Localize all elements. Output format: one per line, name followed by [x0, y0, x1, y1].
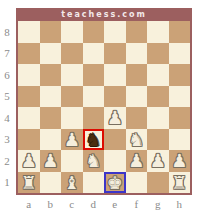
square-h3[interactable]	[169, 129, 191, 151]
square-c8[interactable]	[61, 21, 83, 43]
square-f5[interactable]	[126, 86, 148, 108]
square-e5[interactable]	[104, 86, 126, 108]
square-b8[interactable]	[40, 21, 62, 43]
square-b5[interactable]	[40, 86, 62, 108]
rank-label-4: 4	[0, 107, 14, 129]
square-b4[interactable]	[40, 107, 62, 129]
square-f8[interactable]	[126, 21, 148, 43]
square-c1[interactable]: ♝	[61, 172, 83, 194]
square-c5[interactable]	[61, 86, 83, 108]
square-g5[interactable]	[147, 86, 169, 108]
rank-label-3: 3	[0, 129, 14, 151]
square-b6[interactable]	[40, 64, 62, 86]
file-label-f: f	[126, 197, 148, 211]
square-a6[interactable]	[18, 64, 40, 86]
square-c4[interactable]	[61, 107, 83, 129]
white-pawn: ♟	[171, 150, 187, 171]
square-e8[interactable]	[104, 21, 126, 43]
white-pawn: ♟	[42, 150, 58, 171]
chess-diagram: teachess.com ♟♟♞♞♟♟♞♟♟♟♜♝♚♜ 87654321 abc…	[0, 0, 198, 212]
square-d5[interactable]	[83, 86, 105, 108]
square-g3[interactable]	[147, 129, 169, 151]
square-e4[interactable]: ♟	[104, 107, 126, 129]
square-h4[interactable]	[169, 107, 191, 129]
square-d3[interactable]: ♞	[83, 129, 105, 151]
square-c2[interactable]	[61, 150, 83, 172]
square-a7[interactable]	[18, 43, 40, 65]
board-frame: teachess.com ♟♟♞♞♟♟♞♟♟♟♜♝♚♜	[16, 8, 192, 195]
square-e6[interactable]	[104, 64, 126, 86]
square-f6[interactable]	[126, 64, 148, 86]
black-knight: ♞	[85, 129, 101, 150]
square-e7[interactable]	[104, 43, 126, 65]
square-h6[interactable]	[169, 64, 191, 86]
square-h8[interactable]	[169, 21, 191, 43]
square-h7[interactable]	[169, 43, 191, 65]
square-h5[interactable]	[169, 86, 191, 108]
square-a8[interactable]	[18, 21, 40, 43]
white-bishop: ♝	[64, 172, 80, 193]
white-knight: ♞	[128, 129, 144, 150]
square-d2[interactable]: ♞	[83, 150, 105, 172]
file-label-h: h	[169, 197, 191, 211]
white-king: ♚	[107, 172, 123, 193]
square-b1[interactable]	[40, 172, 62, 194]
file-label-d: d	[83, 197, 105, 211]
rank-label-1: 1	[0, 172, 14, 194]
square-h1[interactable]: ♜	[169, 172, 191, 194]
square-d6[interactable]	[83, 64, 105, 86]
square-f4[interactable]	[126, 107, 148, 129]
white-knight: ♞	[85, 150, 101, 171]
white-pawn: ♟	[107, 107, 123, 128]
file-label-b: b	[40, 197, 62, 211]
square-b3[interactable]	[40, 129, 62, 151]
square-d8[interactable]	[83, 21, 105, 43]
square-a3[interactable]	[18, 129, 40, 151]
rank-label-8: 8	[0, 21, 14, 43]
file-label-g: g	[147, 197, 169, 211]
file-label-e: e	[104, 197, 126, 211]
square-h2[interactable]: ♟	[169, 150, 191, 172]
square-f1[interactable]	[126, 172, 148, 194]
white-rook: ♜	[21, 172, 37, 193]
square-a5[interactable]	[18, 86, 40, 108]
square-a2[interactable]: ♟	[18, 150, 40, 172]
site-header: teachess.com	[16, 8, 192, 21]
square-d1[interactable]	[83, 172, 105, 194]
square-b2[interactable]: ♟	[40, 150, 62, 172]
square-g6[interactable]	[147, 64, 169, 86]
square-d7[interactable]	[83, 43, 105, 65]
square-e1[interactable]: ♚	[104, 172, 126, 194]
square-g2[interactable]: ♟	[147, 150, 169, 172]
square-d4[interactable]	[83, 107, 105, 129]
file-labels: abcdefgh	[18, 197, 190, 211]
file-label-c: c	[61, 197, 83, 211]
square-g1[interactable]	[147, 172, 169, 194]
square-a1[interactable]: ♜	[18, 172, 40, 194]
square-g8[interactable]	[147, 21, 169, 43]
white-pawn: ♟	[128, 150, 144, 171]
square-g4[interactable]	[147, 107, 169, 129]
white-pawn: ♟	[150, 150, 166, 171]
square-f2[interactable]: ♟	[126, 150, 148, 172]
square-f3[interactable]: ♞	[126, 129, 148, 151]
square-g7[interactable]	[147, 43, 169, 65]
file-label-a: a	[18, 197, 40, 211]
square-b7[interactable]	[40, 43, 62, 65]
rank-labels: 87654321	[0, 21, 14, 193]
chess-board: ♟♟♞♞♟♟♞♟♟♟♜♝♚♜	[18, 21, 190, 193]
square-c3[interactable]: ♟	[61, 129, 83, 151]
rank-label-6: 6	[0, 64, 14, 86]
rank-label-7: 7	[0, 43, 14, 65]
square-c6[interactable]	[61, 64, 83, 86]
square-c7[interactable]	[61, 43, 83, 65]
white-pawn: ♟	[21, 150, 37, 171]
white-pawn: ♟	[64, 129, 80, 150]
white-rook: ♜	[171, 172, 187, 193]
square-f7[interactable]	[126, 43, 148, 65]
square-e2[interactable]	[104, 150, 126, 172]
square-a4[interactable]	[18, 107, 40, 129]
square-e3[interactable]	[104, 129, 126, 151]
rank-label-5: 5	[0, 86, 14, 108]
rank-label-2: 2	[0, 150, 14, 172]
